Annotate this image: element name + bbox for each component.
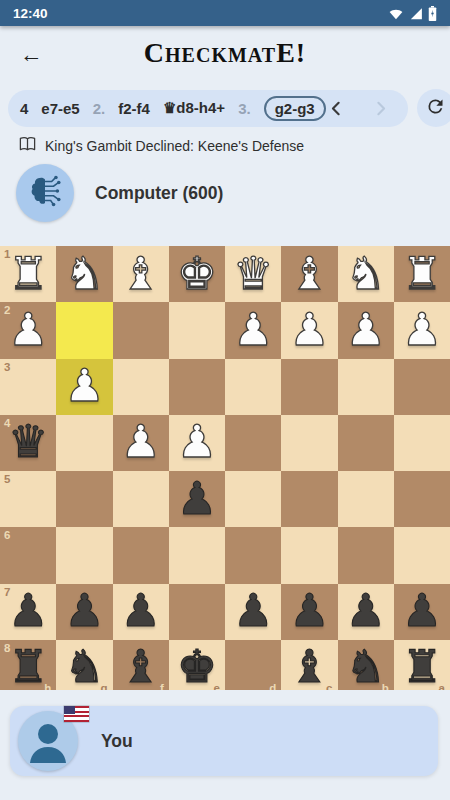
wifi-icon: [388, 7, 404, 20]
piece-white-bishop: ♝: [120, 251, 160, 296]
user-name: You: [101, 731, 133, 752]
square-c1[interactable]: ♝: [281, 246, 337, 302]
player-top: Computer (600): [16, 164, 450, 222]
piece-white-rook: ♜: [402, 251, 442, 296]
square-b8[interactable]: ♞b: [338, 640, 394, 696]
piece-white-pawn: ♟: [64, 363, 104, 408]
opening-name: King's Gambit Declined: Keene's Defense: [45, 138, 304, 154]
square-f1[interactable]: ♝: [113, 246, 169, 302]
refresh-icon: [425, 96, 446, 121]
piece-black-rook: ♜: [8, 644, 48, 689]
piece-black-pawn: ♟: [233, 588, 273, 633]
move-chip[interactable]: ♛d8-h4+: [163, 99, 225, 117]
square-d2[interactable]: ♟: [225, 302, 281, 358]
piece-black-pawn: ♟: [402, 588, 442, 633]
square-h3[interactable]: 3: [0, 359, 56, 415]
move-list: 4e7-e52.f2-f4♛d8-h4+3.g2-g3: [8, 90, 408, 127]
square-d5[interactable]: [225, 471, 281, 527]
chess-board: ♜1♞♝♚♛♝♞♜♟2♟♟♟♟3♟♛4♟♟5♟6♟7♟♟♟♟♟♟♜8h♞g♝f♚…: [0, 246, 450, 696]
move-chip[interactable]: g2-g3: [264, 96, 326, 121]
rank-label-1: 1: [4, 248, 10, 260]
rank-label-5: 5: [4, 473, 10, 485]
square-b2[interactable]: ♟: [338, 302, 394, 358]
square-h8[interactable]: ♜8h: [0, 640, 56, 696]
square-e5[interactable]: ♟: [169, 471, 225, 527]
rank-label-7: 7: [4, 586, 10, 598]
square-e2[interactable]: [169, 302, 225, 358]
square-g4[interactable]: [56, 415, 112, 471]
rank-label-2: 2: [4, 304, 10, 316]
square-a3[interactable]: [394, 359, 450, 415]
piece-black-bishop: ♝: [289, 644, 329, 689]
cellular-icon: [409, 7, 423, 20]
square-d7[interactable]: ♟: [225, 584, 281, 640]
move-navigation-bar: 4e7-e52.f2-f4♛d8-h4+3.g2-g3: [8, 89, 442, 127]
next-move-button[interactable]: [370, 97, 392, 119]
square-f7[interactable]: ♟: [113, 584, 169, 640]
player-bottom-card: You: [10, 706, 438, 776]
square-g5[interactable]: [56, 471, 112, 527]
square-h7[interactable]: ♟7: [0, 584, 56, 640]
square-c3[interactable]: [281, 359, 337, 415]
piece-white-pawn: ♟: [8, 307, 48, 352]
opening-row: King's Gambit Declined: Keene's Defense: [18, 136, 434, 155]
piece-white-bishop: ♝: [289, 251, 329, 296]
piece-black-pawn: ♟: [177, 476, 217, 521]
square-f8[interactable]: ♝f: [113, 640, 169, 696]
square-d1[interactable]: ♛: [225, 246, 281, 302]
piece-black-pawn: ♟: [289, 588, 329, 633]
brain-circuit-icon: [26, 172, 64, 214]
piece-black-pawn: ♟: [64, 588, 104, 633]
square-e8[interactable]: ♚e: [169, 640, 225, 696]
square-d6[interactable]: [225, 527, 281, 583]
piece-white-pawn: ♟: [402, 307, 442, 352]
square-c2[interactable]: ♟: [281, 302, 337, 358]
piece-black-pawn: ♟: [8, 588, 48, 633]
square-b1[interactable]: ♞: [338, 246, 394, 302]
refresh-button[interactable]: [417, 89, 450, 127]
square-e4[interactable]: ♟: [169, 415, 225, 471]
square-a8[interactable]: ♜a: [394, 640, 450, 696]
square-f2[interactable]: [113, 302, 169, 358]
battery-charging-icon: [428, 6, 437, 21]
square-h6[interactable]: 6: [0, 527, 56, 583]
square-h4[interactable]: ♛4: [0, 415, 56, 471]
status-bar: 12:40: [0, 0, 450, 26]
square-g2[interactable]: [56, 302, 112, 358]
book-icon: [18, 136, 37, 155]
piece-white-pawn: ♟: [120, 419, 160, 464]
rank-label-3: 3: [4, 361, 10, 373]
rank-label-6: 6: [4, 529, 10, 541]
square-c8[interactable]: ♝c: [281, 640, 337, 696]
square-c4[interactable]: [281, 415, 337, 471]
piece-white-pawn: ♟: [289, 307, 329, 352]
square-d8[interactable]: d: [225, 640, 281, 696]
piece-white-queen: ♛: [233, 251, 273, 296]
move-chip[interactable]: 4: [20, 100, 28, 117]
piece-black-pawn: ♟: [120, 588, 160, 633]
square-e3[interactable]: [169, 359, 225, 415]
app-header: ← CheckmatE!: [0, 26, 450, 80]
us-flag-icon: [64, 706, 89, 722]
square-d3[interactable]: [225, 359, 281, 415]
rank-label-8: 8: [4, 642, 10, 654]
clock-time: 12:40: [13, 6, 48, 21]
piece-black-rook: ♜: [402, 644, 442, 689]
piece-black-bishop: ♝: [120, 644, 160, 689]
square-g8[interactable]: ♞g: [56, 640, 112, 696]
piece-white-knight: ♞: [345, 251, 385, 296]
square-b6[interactable]: [338, 527, 394, 583]
square-f4[interactable]: ♟: [113, 415, 169, 471]
square-a1[interactable]: ♜: [394, 246, 450, 302]
piece-white-pawn: ♟: [233, 307, 273, 352]
user-avatar: [18, 711, 78, 771]
square-g3[interactable]: ♟: [56, 359, 112, 415]
back-button[interactable]: ←: [14, 37, 48, 71]
square-a4[interactable]: [394, 415, 450, 471]
square-b3[interactable]: [338, 359, 394, 415]
bottom-area: You: [0, 690, 450, 800]
square-h2[interactable]: ♟2: [0, 302, 56, 358]
page-title: CheckmatE!: [0, 37, 450, 69]
square-e1[interactable]: ♚: [169, 246, 225, 302]
square-c7[interactable]: ♟: [281, 584, 337, 640]
square-b5[interactable]: [338, 471, 394, 527]
square-c6[interactable]: [281, 527, 337, 583]
piece-white-knight: ♞: [64, 251, 104, 296]
piece-black-king: ♚: [177, 644, 217, 689]
square-g6[interactable]: [56, 527, 112, 583]
piece-white-king: ♚: [177, 251, 217, 296]
piece-black-queen: ♛: [8, 419, 48, 464]
square-a5[interactable]: [394, 471, 450, 527]
piece-black-pawn: ♟: [345, 588, 385, 633]
square-h1[interactable]: ♜1: [0, 246, 56, 302]
piece-white-pawn: ♟: [177, 419, 217, 464]
square-g7[interactable]: ♟: [56, 584, 112, 640]
rank-label-4: 4: [4, 417, 10, 429]
computer-name: Computer (600): [95, 183, 223, 204]
square-f3[interactable]: [113, 359, 169, 415]
move-number: 2.: [93, 100, 106, 117]
square-a6[interactable]: [394, 527, 450, 583]
square-e6[interactable]: [169, 527, 225, 583]
move-number: 3.: [238, 100, 251, 117]
square-f6[interactable]: [113, 527, 169, 583]
square-g1[interactable]: ♞: [56, 246, 112, 302]
piece-white-rook: ♜: [8, 251, 48, 296]
move-chip[interactable]: e7-e5: [41, 100, 79, 117]
computer-avatar: [16, 164, 74, 222]
move-chip[interactable]: f2-f4: [118, 100, 150, 117]
square-f5[interactable]: [113, 471, 169, 527]
square-b7[interactable]: ♟: [338, 584, 394, 640]
piece-black-knight: ♞: [64, 644, 104, 689]
piece-black-knight: ♞: [345, 644, 385, 689]
square-h5[interactable]: 5: [0, 471, 56, 527]
square-a7[interactable]: ♟: [394, 584, 450, 640]
move-items: 4e7-e52.f2-f4♛d8-h4+3.g2-g3: [20, 96, 326, 121]
square-c5[interactable]: [281, 471, 337, 527]
prev-move-button[interactable]: [326, 97, 348, 119]
square-d4[interactable]: [225, 415, 281, 471]
piece-white-pawn: ♟: [345, 307, 385, 352]
square-e7[interactable]: [169, 584, 225, 640]
square-a2[interactable]: ♟: [394, 302, 450, 358]
square-b4[interactable]: [338, 415, 394, 471]
